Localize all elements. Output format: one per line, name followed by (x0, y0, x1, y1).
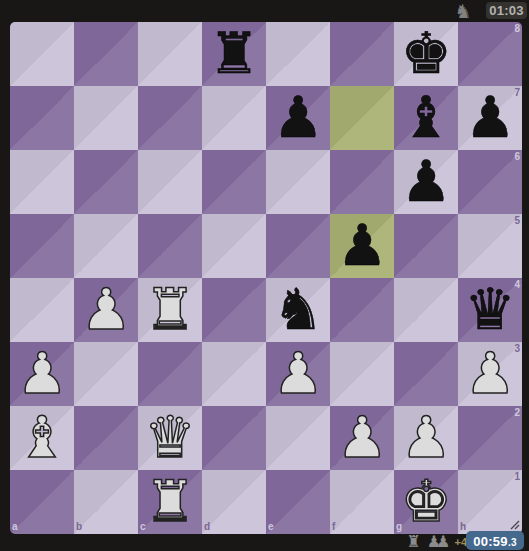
square-e6[interactable] (266, 150, 330, 214)
square-c8[interactable] (138, 22, 202, 86)
square-d2[interactable] (202, 406, 266, 470)
square-a6[interactable] (10, 150, 74, 214)
square-c3[interactable] (138, 342, 202, 406)
square-g6[interactable]: ♟ (394, 150, 458, 214)
bottom-clock-minutes-seconds: 00:59 (473, 534, 508, 549)
square-d7[interactable] (202, 86, 266, 150)
piece-white-king-g1[interactable]: ♚ (394, 470, 458, 534)
square-h3[interactable]: ♟3 (458, 342, 522, 406)
piece-black-pawn-e7[interactable]: ♟ (266, 86, 330, 150)
square-e4[interactable]: ♞ (266, 278, 330, 342)
rank-label-4: 4 (514, 280, 520, 290)
square-f8[interactable] (330, 22, 394, 86)
square-a8[interactable] (10, 22, 74, 86)
square-a2[interactable]: ♝ (10, 406, 74, 470)
piece-black-king-g8[interactable]: ♚ (394, 22, 458, 86)
file-label-b: b (76, 522, 82, 532)
piece-black-pawn-f5[interactable]: ♟ (330, 214, 394, 278)
board: ♜♚8♟♝♟7♟6♟5♟♜♞♛4♟♟♟3♝♛♟♟2ab♜cdef♚g1h (10, 22, 522, 534)
square-c2[interactable]: ♛ (138, 406, 202, 470)
square-c1[interactable]: ♜c (138, 470, 202, 534)
square-d6[interactable] (202, 150, 266, 214)
white-captured-material: ♜ ♟ ♟ +4 (406, 532, 467, 551)
file-label-h: h (460, 522, 466, 532)
square-e7[interactable]: ♟ (266, 86, 330, 150)
square-b1[interactable]: b (74, 470, 138, 534)
piece-black-pawn-h7[interactable]: ♟ (458, 86, 522, 150)
rank-label-5: 5 (514, 216, 520, 226)
square-a4[interactable] (10, 278, 74, 342)
square-g7[interactable]: ♝ (394, 86, 458, 150)
square-f6[interactable] (330, 150, 394, 214)
square-a1[interactable]: a (10, 470, 74, 534)
piece-white-rook-c1[interactable]: ♜ (138, 470, 202, 534)
file-label-g: g (396, 522, 402, 532)
board-resize-handle[interactable] (509, 519, 521, 531)
piece-white-bishop-a2[interactable]: ♝ (10, 406, 74, 470)
piece-white-pawn-e3[interactable]: ♟ (266, 342, 330, 406)
rank-label-6: 6 (514, 152, 520, 162)
square-h5[interactable]: 5 (458, 214, 522, 278)
square-b3[interactable] (74, 342, 138, 406)
piece-white-rook-c4[interactable]: ♜ (138, 278, 202, 342)
square-b5[interactable] (74, 214, 138, 278)
square-e2[interactable] (266, 406, 330, 470)
square-e1[interactable]: e (266, 470, 330, 534)
file-label-e: e (268, 522, 274, 532)
file-label-c: c (140, 522, 146, 532)
piece-black-queen-h4[interactable]: ♛ (458, 278, 522, 342)
bottom-clock-tenths: .3 (508, 537, 517, 548)
square-d3[interactable] (202, 342, 266, 406)
square-e3[interactable]: ♟ (266, 342, 330, 406)
file-label-a: a (12, 522, 18, 532)
piece-black-rook-d8[interactable]: ♜ (202, 22, 266, 86)
square-f4[interactable] (330, 278, 394, 342)
piece-white-pawn-g2[interactable]: ♟ (394, 406, 458, 470)
square-g1[interactable]: ♚g (394, 470, 458, 534)
piece-black-bishop-g7[interactable]: ♝ (394, 86, 458, 150)
square-c4[interactable]: ♜ (138, 278, 202, 342)
square-d1[interactable]: d (202, 470, 266, 534)
square-b6[interactable] (74, 150, 138, 214)
square-h7[interactable]: ♟7 (458, 86, 522, 150)
square-f2[interactable]: ♟ (330, 406, 394, 470)
piece-white-pawn-h3[interactable]: ♟ (458, 342, 522, 406)
rank-label-1: 1 (514, 472, 520, 482)
square-d8[interactable]: ♜ (202, 22, 266, 86)
square-a3[interactable]: ♟ (10, 342, 74, 406)
square-b7[interactable] (74, 86, 138, 150)
square-g2[interactable]: ♟ (394, 406, 458, 470)
file-label-f: f (332, 522, 335, 532)
top-bar: ♞ 01:03 (0, 0, 529, 22)
square-b2[interactable] (74, 406, 138, 470)
square-b4[interactable]: ♟ (74, 278, 138, 342)
square-h8[interactable]: 8 (458, 22, 522, 86)
square-a7[interactable] (10, 86, 74, 150)
square-f7[interactable] (330, 86, 394, 150)
square-a5[interactable] (10, 214, 74, 278)
bottom-player-clock: 00:59.3 (466, 531, 524, 550)
square-h2[interactable]: 2 (458, 406, 522, 470)
square-f1[interactable]: f (330, 470, 394, 534)
square-d5[interactable] (202, 214, 266, 278)
black-captured-knight-icon: ♞ (452, 0, 474, 22)
piece-white-queen-c2[interactable]: ♛ (138, 406, 202, 470)
piece-black-pawn-g6[interactable]: ♟ (394, 150, 458, 214)
white-captured-pawn-icon: ♟ (436, 532, 450, 551)
square-g4[interactable] (394, 278, 458, 342)
square-f3[interactable] (330, 342, 394, 406)
piece-white-pawn-b4[interactable]: ♟ (74, 278, 138, 342)
square-g8[interactable]: ♚ (394, 22, 458, 86)
square-d4[interactable] (202, 278, 266, 342)
white-captured-rook-icon: ♜ (406, 532, 420, 551)
piece-white-pawn-f2[interactable]: ♟ (330, 406, 394, 470)
piece-white-pawn-a3[interactable]: ♟ (10, 342, 74, 406)
square-b8[interactable] (74, 22, 138, 86)
rank-label-7: 7 (514, 88, 520, 98)
bottom-bar: ♜ ♟ ♟ +4 00:59.3 (0, 534, 529, 551)
top-player-clock: 01:03 (486, 2, 527, 19)
square-g5[interactable] (394, 214, 458, 278)
square-g3[interactable] (394, 342, 458, 406)
rank-label-2: 2 (514, 408, 520, 418)
file-label-d: d (204, 522, 210, 532)
square-c7[interactable] (138, 86, 202, 150)
square-e8[interactable] (266, 22, 330, 86)
rank-label-8: 8 (514, 24, 520, 34)
square-h6[interactable]: 6 (458, 150, 522, 214)
square-c6[interactable] (138, 150, 202, 214)
square-e5[interactable] (266, 214, 330, 278)
square-c5[interactable] (138, 214, 202, 278)
square-f5[interactable]: ♟ (330, 214, 394, 278)
piece-black-knight-e4[interactable]: ♞ (266, 278, 330, 342)
rank-label-3: 3 (514, 344, 520, 354)
square-h4[interactable]: ♛4 (458, 278, 522, 342)
